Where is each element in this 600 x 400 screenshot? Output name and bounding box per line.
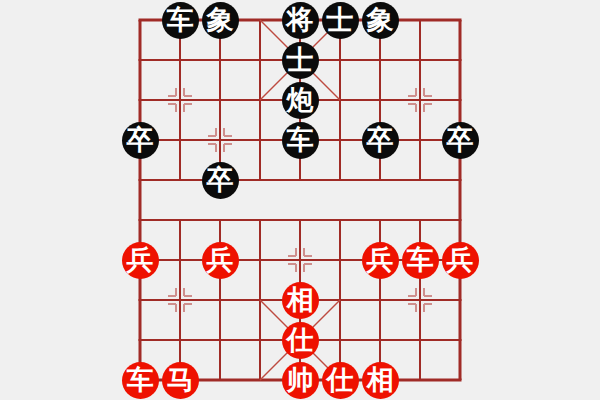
piece-black-soldier[interactable]: 卒	[442, 122, 479, 159]
piece-red-soldier[interactable]: 兵	[122, 242, 159, 279]
piece-black-chariot[interactable]: 车	[162, 2, 199, 39]
piece-red-chariot[interactable]: 车	[402, 242, 439, 279]
piece-black-elephant[interactable]: 象	[362, 2, 399, 39]
piece-red-soldier[interactable]: 兵	[442, 242, 479, 279]
piece-red-elephant[interactable]: 相	[282, 282, 319, 319]
piece-grid: 车象将士象士炮卒车卒卒卒兵兵兵车兵相仕车马帅仕相	[120, 0, 480, 400]
piece-black-advisor[interactable]: 士	[282, 42, 319, 79]
piece-black-cannon[interactable]: 炮	[282, 82, 319, 119]
piece-black-advisor[interactable]: 士	[322, 2, 359, 39]
piece-red-soldier[interactable]: 兵	[362, 242, 399, 279]
xiangqi-board-screen: 车象将士象士炮卒车卒卒卒兵兵兵车兵相仕车马帅仕相	[0, 0, 600, 400]
piece-black-general[interactable]: 将	[282, 2, 319, 39]
piece-red-soldier[interactable]: 兵	[202, 242, 239, 279]
piece-black-soldier[interactable]: 卒	[122, 122, 159, 159]
piece-red-horse[interactable]: 马	[162, 362, 199, 399]
piece-black-elephant[interactable]: 象	[202, 2, 239, 39]
piece-black-soldier[interactable]: 卒	[202, 162, 239, 199]
piece-black-soldier[interactable]: 卒	[362, 122, 399, 159]
piece-red-elephant[interactable]: 相	[362, 362, 399, 399]
piece-red-advisor[interactable]: 仕	[282, 322, 319, 359]
piece-black-chariot[interactable]: 车	[282, 122, 319, 159]
piece-red-chariot[interactable]: 车	[122, 362, 159, 399]
piece-red-advisor[interactable]: 仕	[322, 362, 359, 399]
piece-red-general[interactable]: 帅	[282, 362, 319, 399]
